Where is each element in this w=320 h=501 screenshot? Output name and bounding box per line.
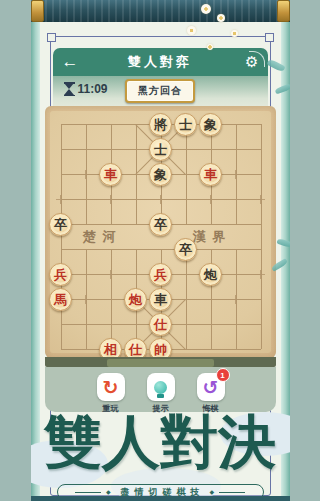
settings-gear-icon[interactable]: ⚙ — [245, 48, 258, 76]
frame-corner-ornament — [265, 33, 274, 42]
scroll-rod — [31, 0, 290, 22]
blossom-decoration — [231, 30, 238, 37]
piece-black-advisor[interactable]: 士 — [174, 113, 197, 136]
piece-red-pawn[interactable]: 兵 — [49, 263, 72, 286]
piece-red-cannon[interactable]: 炮 — [124, 288, 147, 311]
piece-black-pawn[interactable]: 卒 — [149, 213, 172, 236]
piece-black-general[interactable]: 將 — [149, 113, 172, 136]
frame-corner-ornament — [47, 33, 56, 42]
board-base-notch — [107, 359, 214, 367]
piece-red-rook[interactable]: 車 — [199, 163, 222, 186]
blossom-decoration — [217, 14, 225, 22]
piece-red-horse[interactable]: 馬 — [49, 288, 72, 311]
undo-button[interactable]: ↺ 1 — [197, 373, 225, 401]
piece-red-advisor[interactable]: 仕 — [149, 313, 172, 336]
board-pieces-layer: 將士象士車象車卒卒卒兵兵炮馬炮車仕相仕帥 — [45, 106, 276, 358]
scroll-rod-cap-right — [277, 0, 290, 22]
replay-icon: ↻ — [103, 378, 119, 397]
blossom-decoration — [207, 44, 213, 50]
status-bar: 11:09 黑方回合 — [53, 76, 268, 106]
piece-black-rook[interactable]: 車 — [149, 288, 172, 311]
undo-count-badge: 1 — [216, 368, 230, 382]
piece-black-pawn[interactable]: 卒 — [174, 238, 197, 261]
app-screen: ← 雙人對弈 ⚙ 11:09 黑方回合 楚河 漢界 將士象士車象車卒卒卒兵兵炮馬… — [31, 0, 290, 501]
undo-icon: ↺ — [203, 378, 219, 397]
piece-black-elephant[interactable]: 象 — [199, 113, 222, 136]
piece-black-cannon[interactable]: 炮 — [199, 263, 222, 286]
game-timer: 11:09 — [64, 82, 108, 96]
page-title: 雙人對弈 — [53, 53, 268, 71]
hint-button[interactable] — [147, 373, 175, 401]
hero-title: 雙人對決 — [31, 406, 290, 479]
hourglass-icon — [64, 82, 75, 96]
diamond-ornament: ◆ — [210, 489, 215, 495]
turn-indicator-badge: 黑方回合 — [125, 79, 195, 103]
piece-black-elephant[interactable]: 象 — [149, 163, 172, 186]
piece-red-rook[interactable]: 車 — [99, 163, 122, 186]
back-icon[interactable]: ← — [62, 48, 79, 76]
tagline-line-ornament — [75, 492, 101, 493]
board-base — [45, 357, 276, 367]
piece-black-advisor[interactable]: 士 — [149, 138, 172, 161]
xiangqi-board[interactable]: 楚河 漢界 將士象士車象車卒卒卒兵兵炮馬炮車仕相仕帥 — [45, 106, 276, 358]
piece-red-pawn[interactable]: 兵 — [149, 263, 172, 286]
piece-black-pawn[interactable]: 卒 — [49, 213, 72, 236]
bottom-strip — [31, 496, 290, 501]
diamond-ornament: ◆ — [106, 489, 111, 495]
blossom-decoration — [187, 26, 196, 35]
blossom-decoration — [201, 4, 211, 14]
header-bar: ← 雙人對弈 ⚙ — [53, 48, 268, 76]
timer-value: 11:09 — [78, 82, 108, 96]
replay-button[interactable]: ↻ — [97, 373, 125, 401]
tagline-line-ornament — [219, 492, 245, 493]
scroll-rod-cap-left — [31, 0, 44, 22]
light-bulb-icon — [154, 381, 167, 394]
